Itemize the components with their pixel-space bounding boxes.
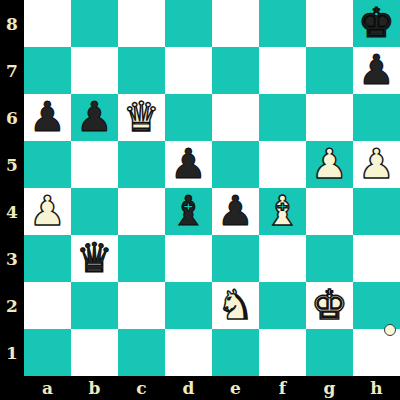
square-d2[interactable]	[165, 282, 212, 329]
square-f2[interactable]	[259, 282, 306, 329]
square-a6[interactable]: ♟	[24, 94, 71, 141]
square-c7[interactable]	[118, 47, 165, 94]
square-f1[interactable]	[259, 329, 306, 376]
square-a7[interactable]	[24, 47, 71, 94]
square-c4[interactable]	[118, 188, 165, 235]
square-h4[interactable]	[353, 188, 400, 235]
square-f4[interactable]: ♝	[259, 188, 306, 235]
rank-label-8: 8	[0, 0, 24, 47]
square-b7[interactable]	[71, 47, 118, 94]
square-b5[interactable]	[71, 141, 118, 188]
square-g2[interactable]: ♚	[306, 282, 353, 329]
square-e4[interactable]: ♟	[212, 188, 259, 235]
square-c3[interactable]	[118, 235, 165, 282]
square-d3[interactable]	[165, 235, 212, 282]
square-g5[interactable]: ♟	[306, 141, 353, 188]
square-h8[interactable]: ♚	[353, 0, 400, 47]
square-a5[interactable]	[24, 141, 71, 188]
square-b4[interactable]	[71, 188, 118, 235]
square-b3[interactable]: ♛	[71, 235, 118, 282]
square-a4[interactable]: ♟	[24, 188, 71, 235]
square-c1[interactable]	[118, 329, 165, 376]
square-h3[interactable]	[353, 235, 400, 282]
square-d6[interactable]	[165, 94, 212, 141]
piece-white-pawn: ♟	[358, 141, 395, 188]
file-label-c: c	[118, 376, 165, 400]
piece-black-pawn: ♟	[217, 188, 254, 235]
rank-label-6: 6	[0, 94, 24, 141]
file-label-e: e	[212, 376, 259, 400]
square-f3[interactable]	[259, 235, 306, 282]
file-label-d: d	[165, 376, 212, 400]
square-a1[interactable]	[24, 329, 71, 376]
file-label-g: g	[306, 376, 353, 400]
square-d1[interactable]	[165, 329, 212, 376]
piece-black-bishop: ♝	[170, 188, 207, 235]
square-a2[interactable]	[24, 282, 71, 329]
piece-black-pawn: ♟	[358, 47, 395, 94]
square-f8[interactable]	[259, 0, 306, 47]
square-f7[interactable]	[259, 47, 306, 94]
file-label-f: f	[259, 376, 306, 400]
square-c6[interactable]: ♛	[118, 94, 165, 141]
square-f6[interactable]	[259, 94, 306, 141]
square-b1[interactable]	[71, 329, 118, 376]
file-labels: abcdefgh	[24, 376, 400, 400]
square-e6[interactable]	[212, 94, 259, 141]
square-c8[interactable]	[118, 0, 165, 47]
square-h1[interactable]	[353, 329, 400, 376]
square-a3[interactable]	[24, 235, 71, 282]
piece-white-pawn: ♟	[29, 188, 66, 235]
square-c5[interactable]	[118, 141, 165, 188]
piece-white-pawn: ♟	[311, 141, 348, 188]
square-e8[interactable]	[212, 0, 259, 47]
square-h5[interactable]: ♟	[353, 141, 400, 188]
square-h6[interactable]	[353, 94, 400, 141]
square-a8[interactable]	[24, 0, 71, 47]
square-g3[interactable]	[306, 235, 353, 282]
square-f5[interactable]	[259, 141, 306, 188]
chess-board-frame: ♚♟♟♟♛♟♟♟♟♝♟♝♛♞♚ 87654321 abcdefgh	[0, 0, 400, 400]
rank-label-3: 3	[0, 235, 24, 282]
piece-black-queen: ♛	[76, 235, 113, 282]
square-g6[interactable]	[306, 94, 353, 141]
piece-white-knight: ♞	[217, 282, 254, 329]
square-g8[interactable]	[306, 0, 353, 47]
piece-black-pawn: ♟	[29, 94, 66, 141]
piece-black-pawn: ♟	[76, 94, 113, 141]
piece-white-queen: ♛	[123, 94, 160, 141]
rank-label-1: 1	[0, 329, 24, 376]
square-d7[interactable]	[165, 47, 212, 94]
square-e1[interactable]	[212, 329, 259, 376]
piece-black-pawn: ♟	[170, 141, 207, 188]
piece-black-king: ♚	[358, 0, 395, 47]
square-g4[interactable]	[306, 188, 353, 235]
rank-label-5: 5	[0, 141, 24, 188]
square-e5[interactable]	[212, 141, 259, 188]
rank-label-2: 2	[0, 282, 24, 329]
rank-labels: 87654321	[0, 0, 24, 376]
square-g1[interactable]	[306, 329, 353, 376]
square-e2[interactable]: ♞	[212, 282, 259, 329]
square-d5[interactable]: ♟	[165, 141, 212, 188]
square-e3[interactable]	[212, 235, 259, 282]
square-h7[interactable]: ♟	[353, 47, 400, 94]
rank-label-4: 4	[0, 188, 24, 235]
square-d4[interactable]: ♝	[165, 188, 212, 235]
file-label-h: h	[353, 376, 400, 400]
square-c2[interactable]	[118, 282, 165, 329]
file-label-a: a	[24, 376, 71, 400]
square-b8[interactable]	[71, 0, 118, 47]
square-d8[interactable]	[165, 0, 212, 47]
square-g7[interactable]	[306, 47, 353, 94]
chess-board: ♚♟♟♟♛♟♟♟♟♝♟♝♛♞♚	[24, 0, 400, 376]
square-b2[interactable]	[71, 282, 118, 329]
rank-label-7: 7	[0, 47, 24, 94]
square-h2[interactable]	[353, 282, 400, 329]
square-b6[interactable]: ♟	[71, 94, 118, 141]
piece-white-king: ♚	[311, 282, 348, 329]
white-to-move-indicator	[384, 324, 396, 336]
file-label-b: b	[71, 376, 118, 400]
piece-white-bishop: ♝	[264, 188, 301, 235]
square-e7[interactable]	[212, 47, 259, 94]
